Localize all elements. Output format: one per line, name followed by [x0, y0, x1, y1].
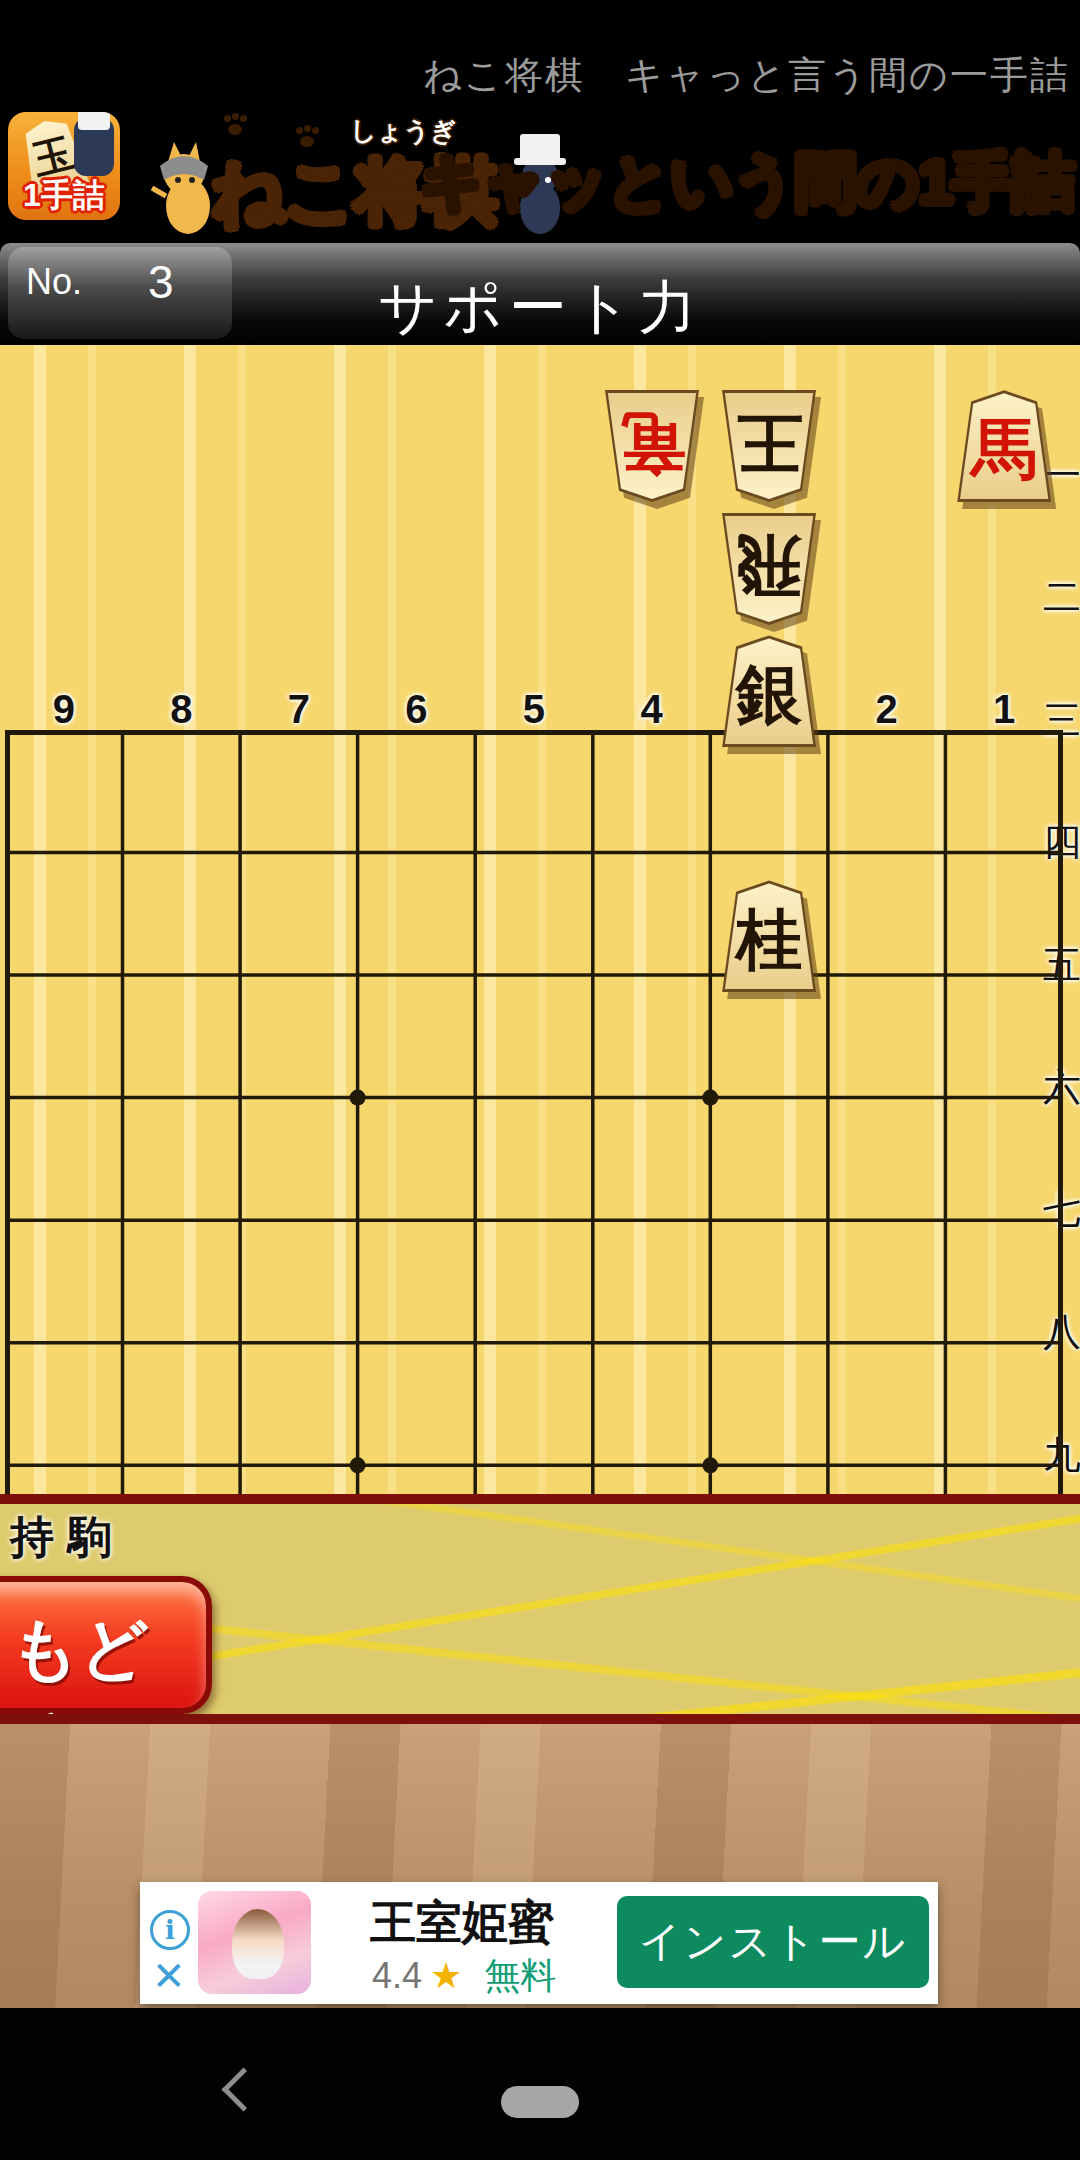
shogi-piece-king[interactable]: 王	[719, 390, 819, 502]
status-bar: ねこ将棋 キャっと言う間の一手詰	[0, 0, 1080, 100]
puzzle-title: サポート力	[0, 269, 1080, 347]
shogi-piece-rook[interactable]: 飛	[719, 513, 819, 625]
status-bar-app-title: ねこ将棋 キャっと言う間の一手詰	[423, 50, 1070, 101]
file-label: 8	[151, 687, 211, 732]
star-icon: ★	[422, 1955, 470, 1996]
app-icon: 玉 1手詰	[8, 112, 120, 220]
paw-print-icon	[228, 124, 242, 135]
ad-banner[interactable]: i ✕ 王室姫蜜 4.4★無料 インストール	[140, 1882, 938, 2004]
orange-cat-icon	[150, 136, 220, 236]
ad-app-title[interactable]: 王室姫蜜	[370, 1892, 554, 1954]
shogi-piece-knight[interactable]: 桂	[719, 880, 819, 992]
shogi-board-region: 987654321 一二三四五六七八九 竜王馬飛銀桂	[0, 345, 1080, 1504]
shogi-piece-promoted-rook[interactable]: 竜	[602, 390, 702, 502]
nav-back-icon[interactable]	[222, 2068, 266, 2112]
divider-line	[0, 1494, 1080, 1504]
app-icon-cat	[74, 118, 114, 176]
ad-install-button[interactable]: インストール	[617, 1896, 929, 1988]
file-label: 2	[857, 687, 917, 732]
phone-screen: ねこ将棋 キャっと言う間の一手詰 玉 1手詰 しょうぎ ねこ将棋	[0, 0, 1080, 2160]
ad-app-thumbnail[interactable]	[198, 1891, 311, 1994]
app-icon-badge: 1手詰	[8, 174, 120, 218]
divider-line	[0, 1714, 1080, 1724]
captured-pieces-label: 持駒	[10, 1508, 126, 1567]
rank-label: 二	[1040, 572, 1080, 623]
puzzle-title-bar: No. 3 サポート力	[0, 243, 1080, 345]
app-header: 玉 1手詰 しょうぎ ねこ将棋	[0, 100, 1080, 243]
ad-price: 無料	[470, 1955, 556, 1996]
ad-rating: 4.4★無料	[372, 1952, 556, 2001]
back-button[interactable]: もどる	[0, 1576, 212, 1714]
file-label: 1	[974, 687, 1034, 732]
ad-info-icon[interactable]: i	[150, 1910, 190, 1950]
file-label: 4	[622, 687, 682, 732]
shogi-piece-promoted-bishop[interactable]: 馬	[954, 390, 1054, 502]
ad-close-icon[interactable]: ✕	[152, 1956, 186, 1996]
ad-rating-value: 4.4	[372, 1955, 422, 1996]
file-label: 5	[504, 687, 564, 732]
nav-home-pill[interactable]	[501, 2086, 579, 2118]
shogi-piece-silver[interactable]: 銀	[719, 635, 819, 747]
file-label: 9	[34, 687, 94, 732]
app-icon-cat-hat	[78, 112, 110, 130]
android-nav-bar	[0, 2008, 1080, 2160]
header-title: キャッという間の1手詰	[420, 140, 1074, 224]
file-label: 6	[386, 687, 446, 732]
file-label: 7	[269, 687, 329, 732]
